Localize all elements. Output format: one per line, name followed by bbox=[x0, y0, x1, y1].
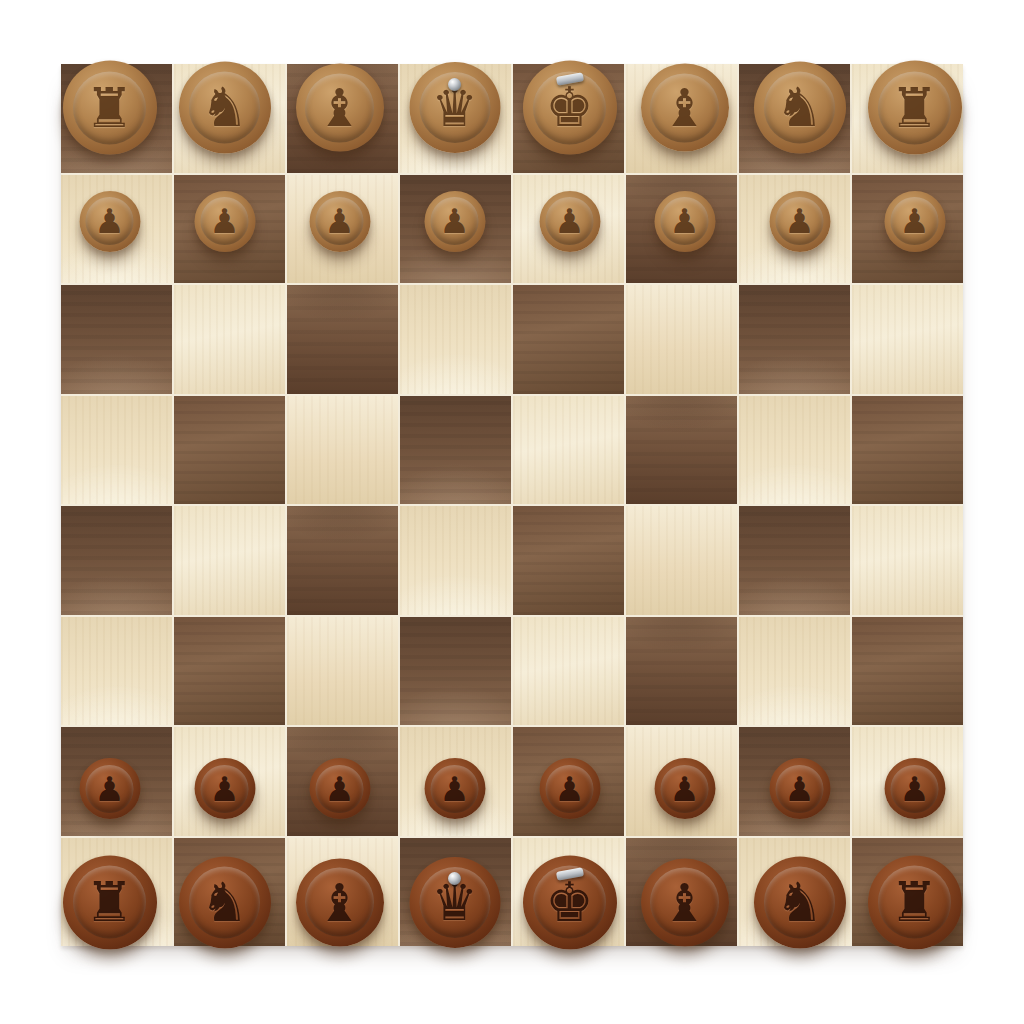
piece-g7-walnut-pawn[interactable]: ♟ bbox=[769, 191, 830, 252]
square-h7[interactable]: ♟ bbox=[852, 175, 963, 284]
queen-glyph: ♛ bbox=[431, 876, 478, 928]
piece-b2-mahogany-pawn[interactable]: ♟ bbox=[194, 758, 255, 819]
square-h5[interactable] bbox=[852, 396, 963, 505]
pawn-glyph: ♟ bbox=[94, 204, 124, 238]
square-b7[interactable]: ♟ bbox=[174, 175, 285, 284]
pawn-glyph: ♟ bbox=[439, 204, 469, 238]
pawn-glyph: ♟ bbox=[899, 204, 929, 238]
piece-a1-mahogany-rook[interactable]: ♜ bbox=[63, 855, 157, 949]
piece-a2-mahogany-pawn[interactable]: ♟ bbox=[79, 758, 140, 819]
knight-glyph: ♞ bbox=[775, 81, 823, 135]
pawn-glyph: ♟ bbox=[784, 204, 814, 238]
square-c8[interactable]: ♝ bbox=[287, 64, 398, 173]
piece-c1-mahogany-bishop[interactable]: ♝ bbox=[296, 858, 384, 946]
square-f3[interactable] bbox=[626, 617, 737, 726]
piece-d7-walnut-pawn[interactable]: ♟ bbox=[424, 191, 485, 252]
bishop-glyph: ♝ bbox=[661, 82, 708, 134]
square-a5[interactable] bbox=[61, 396, 172, 505]
square-c6[interactable] bbox=[287, 285, 398, 394]
square-d2[interactable]: ♟ bbox=[400, 727, 511, 836]
pawn-glyph: ♟ bbox=[324, 772, 354, 806]
piece-d1-mahogany-queen[interactable]: ♛ bbox=[409, 857, 500, 948]
piece-d2-mahogany-pawn[interactable]: ♟ bbox=[424, 758, 485, 819]
square-f8[interactable]: ♝ bbox=[626, 64, 737, 173]
square-d8[interactable]: ♛ bbox=[400, 64, 511, 173]
pawn-glyph: ♟ bbox=[209, 204, 239, 238]
piece-d8-walnut-queen[interactable]: ♛ bbox=[409, 62, 500, 153]
square-b2[interactable]: ♟ bbox=[174, 727, 285, 836]
square-g8[interactable]: ♞ bbox=[739, 64, 850, 173]
square-e7[interactable]: ♟ bbox=[513, 175, 624, 284]
chess-board: ♜♞♝♛♚♝♞♜♟♟♟♟♟♟♟♟♟♟♟♟♟♟♟♟♜♞♝♛♚♝♞♜ bbox=[61, 64, 963, 946]
square-c2[interactable]: ♟ bbox=[287, 727, 398, 836]
square-h2[interactable]: ♟ bbox=[852, 727, 963, 836]
piece-a7-walnut-pawn[interactable]: ♟ bbox=[79, 191, 140, 252]
square-h6[interactable] bbox=[852, 285, 963, 394]
square-b6[interactable] bbox=[174, 285, 285, 394]
piece-c8-walnut-bishop[interactable]: ♝ bbox=[296, 64, 384, 152]
piece-f8-walnut-bishop[interactable]: ♝ bbox=[641, 64, 729, 152]
pawn-glyph: ♟ bbox=[94, 772, 124, 806]
piece-a8-walnut-rook[interactable]: ♜ bbox=[63, 61, 157, 155]
piece-g8-walnut-knight[interactable]: ♞ bbox=[754, 62, 846, 154]
pawn-glyph: ♟ bbox=[669, 204, 699, 238]
square-b5[interactable] bbox=[174, 396, 285, 505]
piece-c7-walnut-pawn[interactable]: ♟ bbox=[309, 191, 370, 252]
square-e8[interactable]: ♚ bbox=[513, 64, 624, 173]
square-g1[interactable]: ♞ bbox=[739, 838, 850, 947]
square-a6[interactable] bbox=[61, 285, 172, 394]
square-c1[interactable]: ♝ bbox=[287, 838, 398, 947]
square-g2[interactable]: ♟ bbox=[739, 727, 850, 836]
square-b1[interactable]: ♞ bbox=[174, 838, 285, 947]
square-g6[interactable] bbox=[739, 285, 850, 394]
square-a8[interactable]: ♜ bbox=[61, 64, 172, 173]
square-d4[interactable] bbox=[400, 506, 511, 615]
piece-e2-mahogany-pawn[interactable]: ♟ bbox=[539, 758, 600, 819]
square-a2[interactable]: ♟ bbox=[61, 727, 172, 836]
piece-g2-mahogany-pawn[interactable]: ♟ bbox=[769, 758, 830, 819]
square-f1[interactable]: ♝ bbox=[626, 838, 737, 947]
square-h4[interactable] bbox=[852, 506, 963, 615]
piece-b1-mahogany-knight[interactable]: ♞ bbox=[179, 856, 271, 948]
photo-background: ♜♞♝♛♚♝♞♜♟♟♟♟♟♟♟♟♟♟♟♟♟♟♟♟♜♞♝♛♚♝♞♜ bbox=[0, 0, 1024, 1024]
knight-glyph: ♞ bbox=[775, 875, 823, 929]
square-d3[interactable] bbox=[400, 617, 511, 726]
square-d5[interactable] bbox=[400, 396, 511, 505]
square-g3[interactable] bbox=[739, 617, 850, 726]
pawn-glyph: ♟ bbox=[554, 772, 584, 806]
square-g4[interactable] bbox=[739, 506, 850, 615]
knight-glyph: ♞ bbox=[200, 81, 248, 135]
square-d6[interactable] bbox=[400, 285, 511, 394]
square-c5[interactable] bbox=[287, 396, 398, 505]
square-e5[interactable] bbox=[513, 396, 624, 505]
bishop-glyph: ♝ bbox=[316, 82, 363, 134]
square-e6[interactable] bbox=[513, 285, 624, 394]
pawn-glyph: ♟ bbox=[439, 772, 469, 806]
pawn-glyph: ♟ bbox=[324, 204, 354, 238]
square-b8[interactable]: ♞ bbox=[174, 64, 285, 173]
square-h1[interactable]: ♜ bbox=[852, 838, 963, 947]
square-c3[interactable] bbox=[287, 617, 398, 726]
square-e4[interactable] bbox=[513, 506, 624, 615]
square-f5[interactable] bbox=[626, 396, 737, 505]
square-h3[interactable] bbox=[852, 617, 963, 726]
bishop-glyph: ♝ bbox=[661, 876, 708, 928]
piece-e7-walnut-pawn[interactable]: ♟ bbox=[539, 191, 600, 252]
knight-glyph: ♞ bbox=[200, 875, 248, 929]
square-e2[interactable]: ♟ bbox=[513, 727, 624, 836]
rook-glyph: ♜ bbox=[85, 80, 134, 135]
square-h8[interactable]: ♜ bbox=[852, 64, 963, 173]
square-a3[interactable] bbox=[61, 617, 172, 726]
piece-b7-walnut-pawn[interactable]: ♟ bbox=[194, 191, 255, 252]
square-a4[interactable] bbox=[61, 506, 172, 615]
king-glyph: ♚ bbox=[545, 875, 593, 929]
pawn-glyph: ♟ bbox=[784, 772, 814, 806]
square-f6[interactable] bbox=[626, 285, 737, 394]
piece-h8-walnut-rook[interactable]: ♜ bbox=[868, 61, 962, 155]
square-e1[interactable]: ♚ bbox=[513, 838, 624, 947]
square-b3[interactable] bbox=[174, 617, 285, 726]
piece-h2-mahogany-pawn[interactable]: ♟ bbox=[884, 758, 945, 819]
piece-f2-mahogany-pawn[interactable]: ♟ bbox=[654, 758, 715, 819]
rook-glyph: ♜ bbox=[890, 80, 939, 135]
square-a7[interactable]: ♟ bbox=[61, 175, 172, 284]
piece-f1-mahogany-bishop[interactable]: ♝ bbox=[641, 858, 729, 946]
square-b4[interactable] bbox=[174, 506, 285, 615]
square-e3[interactable] bbox=[513, 617, 624, 726]
piece-h7-walnut-pawn[interactable]: ♟ bbox=[884, 191, 945, 252]
piece-c2-mahogany-pawn[interactable]: ♟ bbox=[309, 758, 370, 819]
rook-glyph: ♜ bbox=[85, 875, 134, 930]
square-c4[interactable] bbox=[287, 506, 398, 615]
square-f7[interactable]: ♟ bbox=[626, 175, 737, 284]
piece-e1-mahogany-king[interactable]: ♚ bbox=[523, 855, 617, 949]
pawn-glyph: ♟ bbox=[669, 772, 699, 806]
rook-glyph: ♜ bbox=[890, 875, 939, 930]
piece-b8-walnut-knight[interactable]: ♞ bbox=[179, 62, 271, 154]
king-glyph: ♚ bbox=[545, 81, 593, 135]
piece-f7-walnut-pawn[interactable]: ♟ bbox=[654, 191, 715, 252]
square-f4[interactable] bbox=[626, 506, 737, 615]
square-d7[interactable]: ♟ bbox=[400, 175, 511, 284]
square-g7[interactable]: ♟ bbox=[739, 175, 850, 284]
pawn-glyph: ♟ bbox=[209, 772, 239, 806]
bishop-glyph: ♝ bbox=[316, 876, 363, 928]
queen-glyph: ♛ bbox=[431, 82, 478, 134]
pawn-glyph: ♟ bbox=[899, 772, 929, 806]
piece-e8-walnut-king[interactable]: ♚ bbox=[523, 61, 617, 155]
piece-g1-mahogany-knight[interactable]: ♞ bbox=[754, 856, 846, 948]
square-f2[interactable]: ♟ bbox=[626, 727, 737, 836]
square-d1[interactable]: ♛ bbox=[400, 838, 511, 947]
piece-h1-mahogany-rook[interactable]: ♜ bbox=[868, 855, 962, 949]
square-g5[interactable] bbox=[739, 396, 850, 505]
pawn-glyph: ♟ bbox=[554, 204, 584, 238]
square-c7[interactable]: ♟ bbox=[287, 175, 398, 284]
square-a1[interactable]: ♜ bbox=[61, 838, 172, 947]
